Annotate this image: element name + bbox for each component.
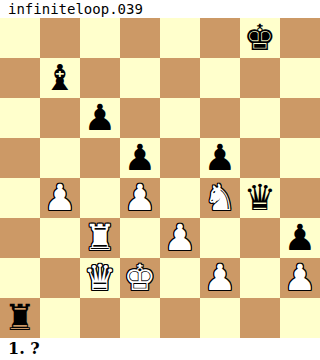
move-prompt: 1. ?	[0, 338, 320, 360]
square-g2[interactable]	[240, 258, 280, 298]
square-h6[interactable]	[280, 98, 320, 138]
square-a3[interactable]	[0, 218, 40, 258]
square-e6[interactable]	[160, 98, 200, 138]
window-title: infiniteloop.039	[0, 0, 320, 18]
square-g8[interactable]: ♚	[240, 18, 280, 58]
white-pawn[interactable]: ♟	[284, 258, 316, 298]
square-a7[interactable]	[0, 58, 40, 98]
white-pawn[interactable]: ♟	[204, 258, 236, 298]
square-b2[interactable]	[40, 258, 80, 298]
square-c5[interactable]	[80, 138, 120, 178]
square-c3[interactable]: ♜	[80, 218, 120, 258]
square-a5[interactable]	[0, 138, 40, 178]
square-c6[interactable]: ♟	[80, 98, 120, 138]
square-a8[interactable]	[0, 18, 40, 58]
white-pawn[interactable]: ♟	[124, 178, 156, 218]
square-d8[interactable]	[120, 18, 160, 58]
square-h4[interactable]	[280, 178, 320, 218]
square-b6[interactable]	[40, 98, 80, 138]
square-h5[interactable]	[280, 138, 320, 178]
square-e2[interactable]	[160, 258, 200, 298]
square-h7[interactable]	[280, 58, 320, 98]
square-b7[interactable]: ♝	[40, 58, 80, 98]
square-a4[interactable]	[0, 178, 40, 218]
square-e1[interactable]	[160, 298, 200, 338]
black-pawn[interactable]: ♟	[124, 138, 156, 178]
square-a1[interactable]: ♜	[0, 298, 40, 338]
white-king[interactable]: ♚	[124, 258, 156, 298]
square-f4[interactable]: ♞	[200, 178, 240, 218]
chess-board: ♚♝♟♟♟♟♟♞♛♜♟♟♛♚♟♟♜	[0, 18, 320, 338]
square-g3[interactable]	[240, 218, 280, 258]
square-h8[interactable]	[280, 18, 320, 58]
square-c8[interactable]	[80, 18, 120, 58]
white-rook[interactable]: ♜	[84, 218, 116, 258]
square-b8[interactable]	[40, 18, 80, 58]
square-e3[interactable]: ♟	[160, 218, 200, 258]
square-h1[interactable]	[280, 298, 320, 338]
square-d5[interactable]: ♟	[120, 138, 160, 178]
square-g4[interactable]: ♛	[240, 178, 280, 218]
black-queen[interactable]: ♛	[244, 178, 276, 218]
square-d2[interactable]: ♚	[120, 258, 160, 298]
square-a2[interactable]	[0, 258, 40, 298]
square-c7[interactable]	[80, 58, 120, 98]
square-f6[interactable]	[200, 98, 240, 138]
square-b1[interactable]	[40, 298, 80, 338]
white-knight[interactable]: ♞	[204, 178, 236, 218]
square-e7[interactable]	[160, 58, 200, 98]
black-pawn[interactable]: ♟	[84, 98, 116, 138]
black-pawn[interactable]: ♟	[204, 138, 236, 178]
black-pawn[interactable]: ♟	[284, 218, 316, 258]
square-d1[interactable]	[120, 298, 160, 338]
square-e4[interactable]	[160, 178, 200, 218]
square-b4[interactable]: ♟	[40, 178, 80, 218]
square-b3[interactable]	[40, 218, 80, 258]
square-g7[interactable]	[240, 58, 280, 98]
square-g5[interactable]	[240, 138, 280, 178]
square-a6[interactable]	[0, 98, 40, 138]
square-g6[interactable]	[240, 98, 280, 138]
square-f7[interactable]	[200, 58, 240, 98]
white-pawn[interactable]: ♟	[164, 218, 196, 258]
white-queen[interactable]: ♛	[84, 258, 116, 298]
square-h3[interactable]: ♟	[280, 218, 320, 258]
square-c4[interactable]	[80, 178, 120, 218]
square-f5[interactable]: ♟	[200, 138, 240, 178]
square-e5[interactable]	[160, 138, 200, 178]
black-bishop[interactable]: ♝	[44, 58, 76, 98]
square-e8[interactable]	[160, 18, 200, 58]
square-d4[interactable]: ♟	[120, 178, 160, 218]
square-d3[interactable]	[120, 218, 160, 258]
square-d6[interactable]	[120, 98, 160, 138]
black-rook[interactable]: ♜	[4, 298, 36, 338]
square-f1[interactable]	[200, 298, 240, 338]
square-f3[interactable]	[200, 218, 240, 258]
black-king[interactable]: ♚	[244, 18, 276, 58]
square-f2[interactable]: ♟	[200, 258, 240, 298]
square-c1[interactable]	[80, 298, 120, 338]
square-h2[interactable]: ♟	[280, 258, 320, 298]
square-c2[interactable]: ♛	[80, 258, 120, 298]
square-g1[interactable]	[240, 298, 280, 338]
white-pawn[interactable]: ♟	[44, 178, 76, 218]
square-f8[interactable]	[200, 18, 240, 58]
square-d7[interactable]	[120, 58, 160, 98]
square-b5[interactable]	[40, 138, 80, 178]
